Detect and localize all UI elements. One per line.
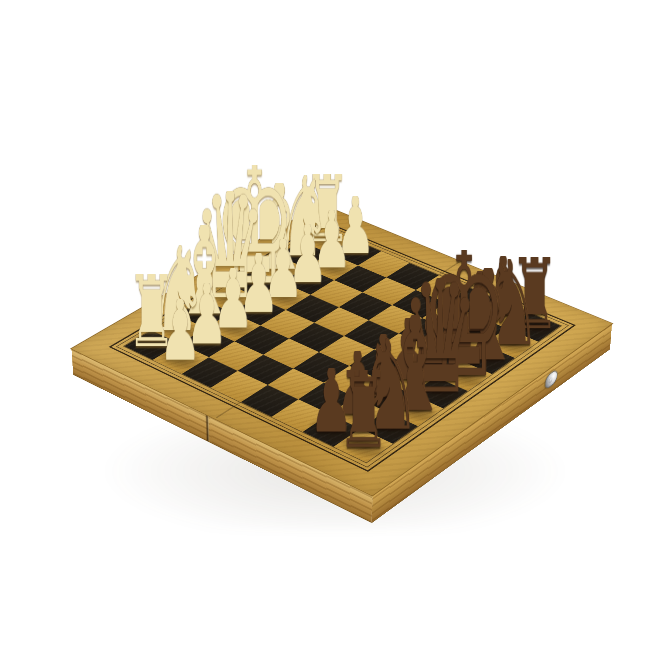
fold-seam (206, 414, 210, 441)
metal-latch (545, 367, 558, 390)
white-pawn-piece[interactable]: ♟ (159, 299, 201, 363)
black-rook-piece[interactable]: ♜ (337, 369, 390, 449)
product-photo-scene: ♜♟♟♜♞♟♟♞♝♟♟♝♚♟♟♚♛♟♟♛♝♟♟♝♞♟♟♞♜♟♟♜ (0, 0, 650, 650)
square-a8[interactable]: ♜ (334, 429, 392, 463)
